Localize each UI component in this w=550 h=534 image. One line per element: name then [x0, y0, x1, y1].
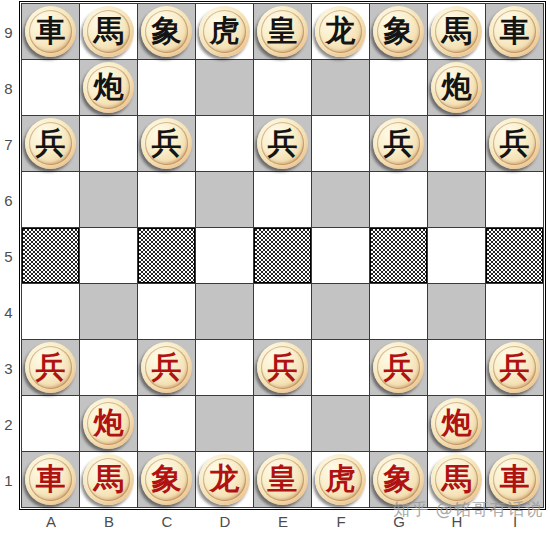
piece-glyph: 兵 — [36, 128, 66, 158]
cell-h4[interactable] — [428, 284, 485, 339]
piece-glyph: 車 — [36, 16, 66, 46]
piece-glyph: 龙 — [326, 16, 356, 46]
cell-f1[interactable]: 虎 — [312, 452, 369, 507]
piece-glyph: 兵 — [152, 352, 182, 382]
row-label: 1 — [0, 452, 17, 508]
cell-i6[interactable] — [486, 172, 543, 227]
cell-a8[interactable] — [22, 60, 79, 115]
cell-g3[interactable]: 兵 — [370, 340, 427, 395]
piece-red-soldier[interactable]: 兵 — [373, 342, 424, 393]
cell-f8[interactable] — [312, 60, 369, 115]
cell-d6[interactable] — [196, 172, 253, 227]
piece-black-horse[interactable]: 馬 — [431, 6, 482, 57]
cell-d9[interactable]: 虎 — [196, 4, 253, 59]
cell-d5[interactable] — [196, 228, 253, 283]
cell-b5[interactable] — [80, 228, 137, 283]
piece-glyph: 皇 — [268, 464, 298, 494]
cell-i3[interactable]: 兵 — [486, 340, 543, 395]
cell-h3[interactable] — [428, 340, 485, 395]
piece-black-dragon[interactable]: 龙 — [315, 6, 366, 57]
piece-glyph: 車 — [36, 464, 66, 494]
cell-h5[interactable] — [428, 228, 485, 283]
piece-glyph: 炮 — [442, 72, 472, 102]
cell-c1[interactable]: 象 — [138, 452, 195, 507]
cell-c6[interactable] — [138, 172, 195, 227]
cell-a5[interactable] — [22, 228, 79, 283]
cell-a2[interactable] — [22, 396, 79, 451]
piece-red-cannon[interactable]: 炮 — [83, 398, 134, 449]
cell-g6[interactable] — [370, 172, 427, 227]
piece-glyph: 象 — [152, 16, 182, 46]
cell-e9[interactable]: 皇 — [254, 4, 311, 59]
cell-i9[interactable]: 車 — [486, 4, 543, 59]
cell-b4[interactable] — [80, 284, 137, 339]
piece-glyph: 炮 — [94, 408, 124, 438]
cell-i5[interactable] — [486, 228, 543, 283]
xiangqi-board: 車馬象虎皇龙象馬車炮炮兵兵兵兵兵兵兵兵兵兵炮炮車馬象龙皇虎象馬車 — [21, 3, 544, 508]
col-label: E — [254, 511, 312, 531]
piece-glyph: 炮 — [442, 408, 472, 438]
cell-c9[interactable]: 象 — [138, 4, 195, 59]
cell-f3[interactable] — [312, 340, 369, 395]
cell-d1[interactable]: 龙 — [196, 452, 253, 507]
col-label: F — [312, 511, 370, 531]
cell-i4[interactable] — [486, 284, 543, 339]
cell-f5[interactable] — [312, 228, 369, 283]
cell-d8[interactable] — [196, 60, 253, 115]
cell-a6[interactable] — [22, 172, 79, 227]
cell-g9[interactable]: 象 — [370, 4, 427, 59]
piece-black-emperor[interactable]: 皇 — [257, 6, 308, 57]
cell-f6[interactable] — [312, 172, 369, 227]
cell-g7[interactable]: 兵 — [370, 116, 427, 171]
piece-red-cannon[interactable]: 炮 — [431, 398, 482, 449]
cell-e1[interactable]: 皇 — [254, 452, 311, 507]
piece-red-horse[interactable]: 馬 — [83, 454, 134, 505]
cell-d4[interactable] — [196, 284, 253, 339]
piece-black-cannon[interactable]: 炮 — [83, 62, 134, 113]
cell-f4[interactable] — [312, 284, 369, 339]
cell-b6[interactable] — [80, 172, 137, 227]
piece-glyph: 虎 — [326, 464, 356, 494]
cell-b8[interactable]: 炮 — [80, 60, 137, 115]
row-labels: 987654321 — [0, 4, 17, 508]
cell-i8[interactable] — [486, 60, 543, 115]
board-frame: 車馬象虎皇龙象馬車炮炮兵兵兵兵兵兵兵兵兵兵炮炮車馬象龙皇虎象馬車 — [19, 1, 546, 510]
cell-h7[interactable] — [428, 116, 485, 171]
col-label: C — [138, 511, 196, 531]
piece-red-soldier[interactable]: 兵 — [489, 342, 540, 393]
cell-e7[interactable]: 兵 — [254, 116, 311, 171]
cell-a1[interactable]: 車 — [22, 452, 79, 507]
piece-red-tiger[interactable]: 虎 — [315, 454, 366, 505]
piece-glyph: 車 — [500, 16, 530, 46]
cell-a4[interactable] — [22, 284, 79, 339]
piece-glyph: 兵 — [500, 352, 530, 382]
piece-glyph: 龙 — [210, 464, 240, 494]
cell-d3[interactable] — [196, 340, 253, 395]
piece-glyph: 馬 — [94, 464, 124, 494]
col-label: B — [80, 511, 138, 531]
cell-f7[interactable] — [312, 116, 369, 171]
cell-c4[interactable] — [138, 284, 195, 339]
cell-b2[interactable]: 炮 — [80, 396, 137, 451]
cell-e4[interactable] — [254, 284, 311, 339]
piece-glyph: 兵 — [36, 352, 66, 382]
cell-c7[interactable]: 兵 — [138, 116, 195, 171]
row-label: 9 — [0, 4, 17, 60]
piece-black-chariot[interactable]: 車 — [25, 6, 76, 57]
cell-e6[interactable] — [254, 172, 311, 227]
watermark: 知乎 @铭哥有话说 — [393, 498, 543, 521]
piece-glyph: 兵 — [384, 128, 414, 158]
row-label: 7 — [0, 116, 17, 172]
xiangqi-diagram: 987654321 車馬象虎皇龙象馬車炮炮兵兵兵兵兵兵兵兵兵兵炮炮車馬象龙皇虎象… — [0, 0, 550, 534]
cell-c3[interactable]: 兵 — [138, 340, 195, 395]
cell-e2[interactable] — [254, 396, 311, 451]
cell-b3[interactable] — [80, 340, 137, 395]
col-label: D — [196, 511, 254, 531]
piece-black-soldier[interactable]: 兵 — [489, 118, 540, 169]
cell-i2[interactable] — [486, 396, 543, 451]
piece-red-emperor[interactable]: 皇 — [257, 454, 308, 505]
piece-black-elephant[interactable]: 象 — [373, 6, 424, 57]
cell-b7[interactable] — [80, 116, 137, 171]
cell-h2[interactable]: 炮 — [428, 396, 485, 451]
cell-c8[interactable] — [138, 60, 195, 115]
piece-glyph: 象 — [384, 16, 414, 46]
cell-i7[interactable]: 兵 — [486, 116, 543, 171]
piece-red-soldier[interactable]: 兵 — [141, 342, 192, 393]
piece-red-soldier[interactable]: 兵 — [257, 342, 308, 393]
piece-red-dragon[interactable]: 龙 — [199, 454, 250, 505]
piece-glyph: 炮 — [94, 72, 124, 102]
piece-black-soldier[interactable]: 兵 — [373, 118, 424, 169]
row-label: 8 — [0, 60, 17, 116]
row-label: 5 — [0, 228, 17, 284]
piece-red-elephant[interactable]: 象 — [141, 454, 192, 505]
piece-red-soldier[interactable]: 兵 — [25, 342, 76, 393]
piece-glyph: 馬 — [94, 16, 124, 46]
cell-f9[interactable]: 龙 — [312, 4, 369, 59]
cell-f2[interactable] — [312, 396, 369, 451]
piece-glyph: 馬 — [442, 16, 472, 46]
cell-h6[interactable] — [428, 172, 485, 227]
cell-d2[interactable] — [196, 396, 253, 451]
piece-red-chariot[interactable]: 車 — [25, 454, 76, 505]
cell-c5[interactable] — [138, 228, 195, 283]
piece-black-soldier[interactable]: 兵 — [257, 118, 308, 169]
cell-h8[interactable]: 炮 — [428, 60, 485, 115]
cell-h9[interactable]: 馬 — [428, 4, 485, 59]
piece-glyph: 兵 — [268, 352, 298, 382]
cell-g2[interactable] — [370, 396, 427, 451]
cell-b1[interactable]: 馬 — [80, 452, 137, 507]
cell-a9[interactable]: 車 — [22, 4, 79, 59]
row-label: 3 — [0, 340, 17, 396]
piece-glyph: 虎 — [210, 16, 240, 46]
piece-black-soldier[interactable]: 兵 — [141, 118, 192, 169]
cell-e5[interactable] — [254, 228, 311, 283]
cell-b9[interactable]: 馬 — [80, 4, 137, 59]
col-label: A — [22, 511, 80, 531]
row-label: 2 — [0, 396, 17, 452]
piece-black-chariot[interactable]: 車 — [489, 6, 540, 57]
row-label: 6 — [0, 172, 17, 228]
row-label: 4 — [0, 284, 17, 340]
cell-c2[interactable] — [138, 396, 195, 451]
piece-glyph: 象 — [384, 464, 414, 494]
cell-a3[interactable]: 兵 — [22, 340, 79, 395]
piece-black-cannon[interactable]: 炮 — [431, 62, 482, 113]
piece-glyph: 車 — [500, 464, 530, 494]
piece-black-elephant[interactable]: 象 — [141, 6, 192, 57]
piece-glyph: 兵 — [152, 128, 182, 158]
piece-glyph: 兵 — [268, 128, 298, 158]
piece-glyph: 皇 — [268, 16, 298, 46]
cell-g5[interactable] — [370, 228, 427, 283]
piece-black-horse[interactable]: 馬 — [83, 6, 134, 57]
cell-e3[interactable]: 兵 — [254, 340, 311, 395]
piece-glyph: 馬 — [442, 464, 472, 494]
piece-glyph: 象 — [152, 464, 182, 494]
piece-glyph: 兵 — [500, 128, 530, 158]
cell-g4[interactable] — [370, 284, 427, 339]
cell-d7[interactable] — [196, 116, 253, 171]
cell-a7[interactable]: 兵 — [22, 116, 79, 171]
cell-g8[interactable] — [370, 60, 427, 115]
cell-e8[interactable] — [254, 60, 311, 115]
piece-black-tiger[interactable]: 虎 — [199, 6, 250, 57]
piece-glyph: 兵 — [384, 352, 414, 382]
piece-black-soldier[interactable]: 兵 — [25, 118, 76, 169]
